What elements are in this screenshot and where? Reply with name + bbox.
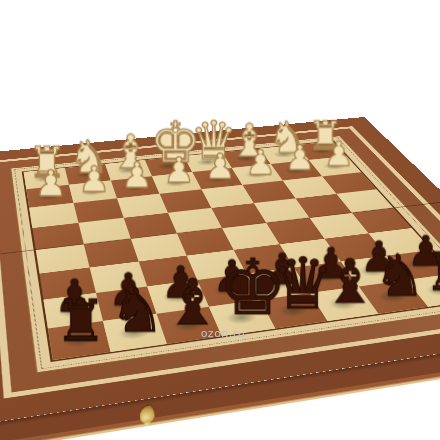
chess-board-3d: ♜♞♝♚♛♝♞♜♟♟♟♟♟♟♟♟♟♟♟♟♟♟♟♟♜♞♝♚♛♝♞♜	[0, 117, 440, 426]
piece-white-p-b2: ♟	[279, 141, 320, 175]
product-photo-scene: ♜♞♝♚♛♝♞♜♟♟♟♟♟♟♟♟♟♟♟♟♟♟♟♟♜♞♝♚♛♝♞♜ ozon.ru	[0, 0, 440, 440]
piece-white-p-d2: ♟	[199, 149, 241, 184]
square-f4	[124, 213, 177, 239]
square-g3	[74, 198, 124, 222]
piece-black-r-h8: ♜	[52, 292, 109, 349]
piece-white-p-a2: ♟	[318, 137, 359, 171]
piece-black-n-g8: ♞	[109, 280, 165, 341]
piece-black-k-e8: ♚	[218, 250, 273, 326]
piece-white-p-f2: ♟	[116, 157, 159, 192]
piece-black-n-b8: ♞	[373, 247, 426, 305]
board-frame: ♜♞♝♚♛♝♞♜♟♟♟♟♟♟♟♟♟♟♟♟♟♟♟♟♜♞♝♚♛♝♞♜	[0, 117, 440, 426]
square-f2: ♟	[111, 176, 160, 198]
piece-white-p-c2: ♟	[240, 145, 282, 179]
piece-white-p-e2: ♟	[158, 153, 200, 188]
watermark: ozon.ru	[178, 327, 268, 340]
piece-white-p-g2: ♟	[73, 161, 116, 197]
brass-clasp	[140, 405, 155, 424]
piece-white-p-h2: ♟	[29, 166, 73, 202]
piece-black-b-f8: ♝	[164, 271, 220, 334]
square-h8: ♜	[48, 321, 111, 360]
